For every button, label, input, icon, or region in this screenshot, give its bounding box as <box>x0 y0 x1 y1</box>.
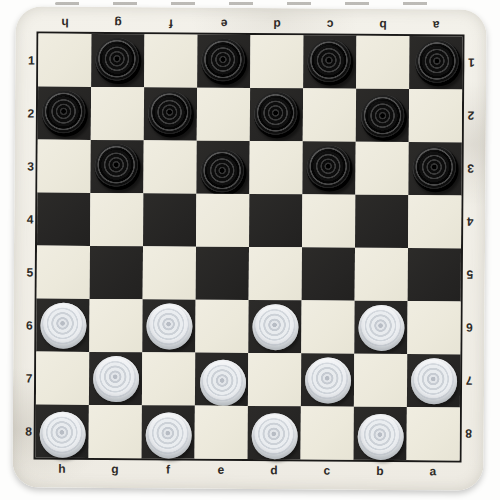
file-labels-top: hgfedcba <box>39 16 463 33</box>
square-f7[interactable] <box>142 352 195 405</box>
rank-label-right-5: 5 <box>462 248 478 301</box>
file-label-bottom-b: b <box>353 464 406 478</box>
square-f2[interactable] <box>144 87 197 140</box>
rank-label-right-1: 1 <box>463 36 479 89</box>
white-checker-d8[interactable] <box>251 413 297 459</box>
square-e1[interactable] <box>197 35 250 88</box>
square-g4[interactable] <box>90 193 143 246</box>
white-checker-f6[interactable] <box>146 303 192 349</box>
file-label-top-c: c <box>304 17 357 31</box>
black-checker-b2[interactable] <box>360 94 406 140</box>
rank-label-right-3: 3 <box>462 142 478 195</box>
square-f8[interactable] <box>142 405 195 458</box>
file-label-bottom-c: c <box>300 463 353 477</box>
file-labels-bottom: hgfedcba <box>35 462 459 479</box>
white-checker-d6[interactable] <box>252 304 298 350</box>
square-a3[interactable] <box>408 142 461 195</box>
square-f3[interactable] <box>143 140 196 193</box>
square-f4[interactable] <box>143 193 196 246</box>
square-f5[interactable] <box>143 246 196 299</box>
square-g6[interactable] <box>89 299 142 352</box>
rank-label-right-6: 6 <box>461 301 477 354</box>
square-a5[interactable] <box>408 248 461 301</box>
file-label-top-f: f <box>145 16 198 30</box>
file-label-top-b: b <box>357 18 410 32</box>
file-label-top-e: e <box>198 17 251 31</box>
square-d5[interactable] <box>249 247 302 300</box>
photo-scene: hgfedcba 12345678 12345678 hgfedcba <box>0 0 500 500</box>
square-d2[interactable] <box>250 88 303 141</box>
square-c6[interactable] <box>301 300 354 353</box>
square-g2[interactable] <box>91 87 144 140</box>
black-checker-e3[interactable] <box>200 149 246 195</box>
square-h3[interactable] <box>37 140 90 193</box>
square-g1[interactable] <box>91 34 144 87</box>
square-e7[interactable] <box>195 353 248 406</box>
square-g5[interactable] <box>90 246 143 299</box>
square-c1[interactable] <box>303 35 356 88</box>
white-checker-h6[interactable] <box>40 302 86 348</box>
square-d6[interactable] <box>248 300 301 353</box>
square-g8[interactable] <box>89 405 142 458</box>
square-d8[interactable] <box>248 406 301 459</box>
square-b8[interactable] <box>354 407 407 460</box>
black-checker-c1[interactable] <box>307 39 353 85</box>
black-checker-f2[interactable] <box>147 91 193 137</box>
file-label-bottom-h: h <box>35 462 88 476</box>
square-a4[interactable] <box>408 195 461 248</box>
file-label-bottom-d: d <box>247 463 300 477</box>
square-e3[interactable] <box>196 141 249 194</box>
black-checker-c3[interactable] <box>306 145 352 191</box>
square-h6[interactable] <box>36 299 89 352</box>
file-label-bottom-f: f <box>141 462 194 476</box>
file-label-bottom-a: a <box>406 464 459 478</box>
square-b6[interactable] <box>354 301 407 354</box>
file-label-bottom-e: e <box>194 463 247 477</box>
board-grid <box>34 32 465 463</box>
square-d1[interactable] <box>250 35 303 88</box>
white-checker-f8[interactable] <box>145 412 191 458</box>
black-checker-d2[interactable] <box>253 92 299 138</box>
white-checker-h8[interactable] <box>39 411 85 457</box>
white-checker-c7[interactable] <box>304 357 350 403</box>
rank-label-right-2: 2 <box>463 89 479 142</box>
square-d7[interactable] <box>248 353 301 406</box>
white-checker-b8[interactable] <box>357 413 403 459</box>
square-a2[interactable] <box>409 89 462 142</box>
black-checker-a1[interactable] <box>415 40 461 86</box>
square-g7[interactable] <box>89 352 142 405</box>
square-c3[interactable] <box>302 141 355 194</box>
white-checker-e7[interactable] <box>199 359 245 405</box>
file-label-top-g: g <box>92 16 145 30</box>
square-e2[interactable] <box>197 88 250 141</box>
file-label-top-d: d <box>251 17 304 31</box>
square-h5[interactable] <box>37 246 90 299</box>
square-a1[interactable] <box>409 36 462 89</box>
square-h8[interactable] <box>36 405 89 458</box>
rank-label-right-7: 7 <box>461 354 477 407</box>
white-checker-g7[interactable] <box>92 355 138 401</box>
square-a7[interactable] <box>407 354 460 407</box>
square-b1[interactable] <box>356 36 409 89</box>
square-b5[interactable] <box>355 248 408 301</box>
square-g3[interactable] <box>90 140 143 193</box>
square-f1[interactable] <box>144 34 197 87</box>
rank-label-right-8: 8 <box>461 407 477 460</box>
file-label-top-a: a <box>410 18 463 32</box>
black-checker-e1[interactable] <box>201 38 247 84</box>
square-b7[interactable] <box>354 354 407 407</box>
square-c2[interactable] <box>303 88 356 141</box>
white-checker-a7[interactable] <box>410 358 456 404</box>
square-d3[interactable] <box>249 141 302 194</box>
square-e5[interactable] <box>196 247 249 300</box>
black-checker-a3[interactable] <box>412 146 458 192</box>
rank-label-right-4: 4 <box>462 195 478 248</box>
square-h2[interactable] <box>38 87 91 140</box>
square-f6[interactable] <box>142 299 195 352</box>
square-a8[interactable] <box>407 407 460 460</box>
square-b2[interactable] <box>356 89 409 142</box>
black-checker-g3[interactable] <box>94 143 140 189</box>
square-h7[interactable] <box>36 352 89 405</box>
black-checker-g1[interactable] <box>95 37 141 83</box>
photo-edge-artifact <box>55 2 455 5</box>
square-b4[interactable] <box>355 195 408 248</box>
file-label-bottom-g: g <box>88 462 141 476</box>
black-checker-h2[interactable] <box>41 90 87 136</box>
square-d4[interactable] <box>249 194 302 247</box>
square-c5[interactable] <box>302 247 355 300</box>
square-e8[interactable] <box>195 406 248 459</box>
board-mat: hgfedcba 12345678 12345678 hgfedcba <box>12 6 486 490</box>
file-label-top-h: h <box>39 16 92 30</box>
square-c8[interactable] <box>301 406 354 459</box>
square-e6[interactable] <box>195 300 248 353</box>
square-b3[interactable] <box>355 142 408 195</box>
white-checker-b6[interactable] <box>358 304 404 350</box>
square-a6[interactable] <box>407 301 460 354</box>
square-c4[interactable] <box>302 194 355 247</box>
square-e4[interactable] <box>196 194 249 247</box>
square-h4[interactable] <box>37 193 90 246</box>
square-c7[interactable] <box>301 353 354 406</box>
square-h1[interactable] <box>38 34 91 87</box>
